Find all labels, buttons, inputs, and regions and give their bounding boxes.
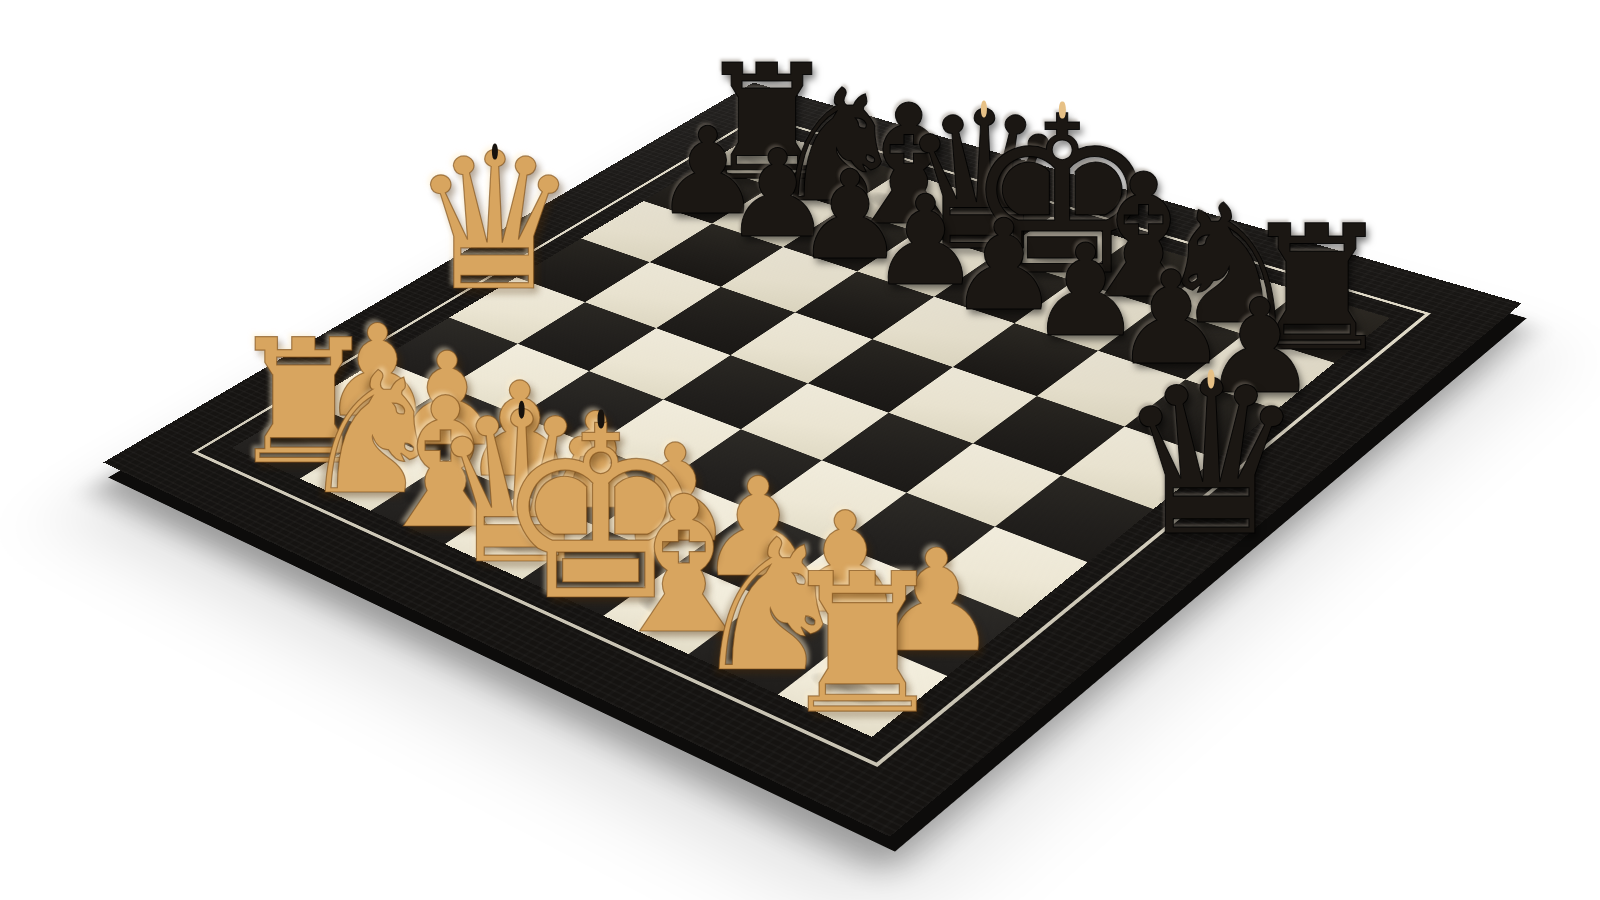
chess-set-product-photo: ♜♞♝♛♚♝♞♜♟♟♟♟♟♟♟♟♟♟♟♟♟♟♟♟♜♞♝♛♚♝♞♜♛♛ — [0, 0, 1600, 900]
spare-black-queen[interactable]: ♛ — [1115, 352, 1306, 565]
piece-white-rook-h1[interactable]: ♜ — [776, 548, 948, 740]
spare-white-queen[interactable]: ♛ — [409, 128, 579, 318]
